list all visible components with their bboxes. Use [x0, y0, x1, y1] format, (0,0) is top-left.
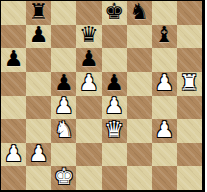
square-d4[interactable]: [76, 96, 101, 120]
square-h7[interactable]: [177, 25, 202, 49]
square-g3[interactable]: ♟: [152, 119, 177, 143]
piece-black-rook[interactable]: ♜: [29, 1, 49, 23]
square-g8[interactable]: [152, 1, 177, 25]
piece-black-knight[interactable]: ♞: [129, 1, 149, 23]
piece-white-pawn[interactable]: ♟: [104, 96, 124, 118]
square-c4[interactable]: ♟: [51, 96, 76, 120]
square-e5[interactable]: ♟: [102, 72, 127, 96]
square-c7[interactable]: [51, 25, 76, 49]
square-h3[interactable]: [177, 119, 202, 143]
square-e6[interactable]: [102, 48, 127, 72]
square-f7[interactable]: [127, 25, 152, 49]
square-a4[interactable]: [1, 96, 26, 120]
square-e1[interactable]: [102, 166, 127, 190]
piece-white-king[interactable]: ♚: [54, 166, 74, 188]
square-c5[interactable]: ♟: [51, 72, 76, 96]
square-e2[interactable]: [102, 143, 127, 167]
square-c3[interactable]: ♞: [51, 119, 76, 143]
square-b5[interactable]: [26, 72, 51, 96]
piece-white-rook[interactable]: ♜: [180, 72, 200, 94]
piece-black-bishop[interactable]: ♝: [154, 25, 174, 47]
board-frame: ♜♚♞♟♛♝♟♟♟♟♟♟♜♟♟♞♛♟♟♟♚: [0, 0, 205, 192]
square-d8[interactable]: [76, 1, 101, 25]
chess-board: ♜♚♞♟♛♝♟♟♟♟♟♟♜♟♟♞♛♟♟♟♚: [1, 1, 202, 190]
square-f1[interactable]: [127, 166, 152, 190]
square-a8[interactable]: [1, 1, 26, 25]
piece-white-knight[interactable]: ♞: [54, 119, 74, 141]
square-f3[interactable]: [127, 119, 152, 143]
piece-white-pawn[interactable]: ♟: [4, 143, 24, 165]
square-d5[interactable]: ♟: [76, 72, 101, 96]
piece-black-pawn[interactable]: ♟: [4, 48, 24, 70]
piece-black-pawn[interactable]: ♟: [79, 48, 99, 70]
piece-white-pawn[interactable]: ♟: [54, 96, 74, 118]
square-f2[interactable]: [127, 143, 152, 167]
square-g7[interactable]: ♝: [152, 25, 177, 49]
square-h4[interactable]: [177, 96, 202, 120]
square-b3[interactable]: [26, 119, 51, 143]
square-g5[interactable]: ♟: [152, 72, 177, 96]
square-d3[interactable]: [76, 119, 101, 143]
square-f8[interactable]: ♞: [127, 1, 152, 25]
square-h6[interactable]: [177, 48, 202, 72]
chess-app: ♜♚♞♟♛♝♟♟♟♟♟♟♜♟♟♞♛♟♟♟♚: [0, 0, 207, 192]
square-b2[interactable]: ♟: [26, 143, 51, 167]
square-h1[interactable]: [177, 166, 202, 190]
square-a1[interactable]: [1, 166, 26, 190]
square-h5[interactable]: ♜: [177, 72, 202, 96]
square-a3[interactable]: [1, 119, 26, 143]
piece-black-pawn[interactable]: ♟: [29, 25, 49, 47]
piece-white-pawn[interactable]: ♟: [154, 119, 174, 141]
square-d2[interactable]: [76, 143, 101, 167]
square-b7[interactable]: ♟: [26, 25, 51, 49]
square-g2[interactable]: [152, 143, 177, 167]
square-a5[interactable]: [1, 72, 26, 96]
square-g6[interactable]: [152, 48, 177, 72]
square-g4[interactable]: [152, 96, 177, 120]
piece-white-pawn[interactable]: ♟: [154, 72, 174, 94]
square-c2[interactable]: [51, 143, 76, 167]
square-d7[interactable]: ♛: [76, 25, 101, 49]
square-c1[interactable]: ♚: [51, 166, 76, 190]
square-f5[interactable]: [127, 72, 152, 96]
square-d6[interactable]: ♟: [76, 48, 101, 72]
piece-black-queen[interactable]: ♛: [79, 25, 99, 47]
square-b8[interactable]: ♜: [26, 1, 51, 25]
square-b4[interactable]: [26, 96, 51, 120]
square-e8[interactable]: ♚: [102, 1, 127, 25]
square-e4[interactable]: ♟: [102, 96, 127, 120]
piece-black-pawn[interactable]: ♟: [104, 72, 124, 94]
piece-white-queen[interactable]: ♛: [104, 119, 124, 141]
square-e7[interactable]: [102, 25, 127, 49]
square-c8[interactable]: [51, 1, 76, 25]
square-f4[interactable]: [127, 96, 152, 120]
square-b6[interactable]: [26, 48, 51, 72]
square-a7[interactable]: [1, 25, 26, 49]
square-e3[interactable]: ♛: [102, 119, 127, 143]
square-c6[interactable]: [51, 48, 76, 72]
square-b1[interactable]: [26, 166, 51, 190]
piece-black-pawn[interactable]: ♟: [54, 72, 74, 94]
square-h8[interactable]: [177, 1, 202, 25]
piece-black-king[interactable]: ♚: [104, 1, 124, 23]
square-h2[interactable]: [177, 143, 202, 167]
square-a6[interactable]: ♟: [1, 48, 26, 72]
square-d1[interactable]: [76, 166, 101, 190]
square-g1[interactable]: [152, 166, 177, 190]
square-a2[interactable]: ♟: [1, 143, 26, 167]
piece-white-pawn[interactable]: ♟: [79, 72, 99, 94]
square-f6[interactable]: [127, 48, 152, 72]
piece-white-pawn[interactable]: ♟: [29, 143, 49, 165]
